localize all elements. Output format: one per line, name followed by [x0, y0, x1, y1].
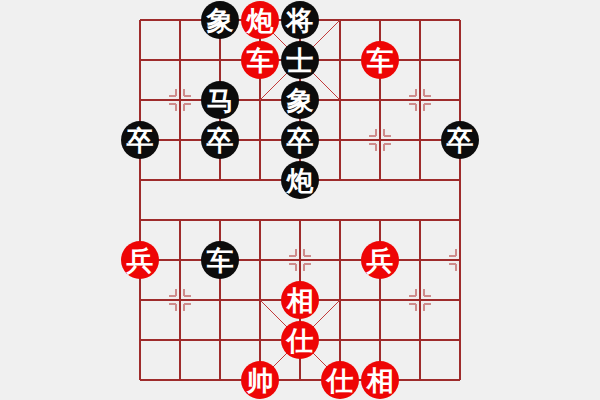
- piece-black-elephant[interactable]: 象: [201, 1, 239, 39]
- point-c1-r8[interactable]: [160, 320, 200, 360]
- point-c1-r0[interactable]: [160, 0, 200, 40]
- point-c1-r7[interactable]: [160, 280, 200, 320]
- point-c8-r6[interactable]: [440, 240, 480, 280]
- point-c6-r5[interactable]: [360, 200, 400, 240]
- point-c0-r6[interactable]: 兵: [120, 240, 160, 280]
- point-c3-r1[interactable]: 车: [240, 40, 280, 80]
- point-c7-r8[interactable]: [400, 320, 440, 360]
- piece-black-soldier[interactable]: 卒: [281, 121, 319, 159]
- point-c0-r7[interactable]: [120, 280, 160, 320]
- piece-red-advisor[interactable]: 仕: [281, 321, 319, 359]
- point-c3-r3[interactable]: [240, 120, 280, 160]
- point-c5-r6[interactable]: [320, 240, 360, 280]
- piece-black-advisor[interactable]: 士: [281, 41, 319, 79]
- point-c6-r3[interactable]: [360, 120, 400, 160]
- point-c4-r7[interactable]: 相: [280, 280, 320, 320]
- point-c5-r5[interactable]: [320, 200, 360, 240]
- point-c6-r4[interactable]: [360, 160, 400, 200]
- piece-red-chariot[interactable]: 车: [241, 41, 279, 79]
- point-c5-r9[interactable]: 仕: [320, 360, 360, 400]
- piece-red-cannon[interactable]: 炮: [241, 1, 279, 39]
- point-c3-r0[interactable]: 炮: [240, 0, 280, 40]
- point-c8-r7[interactable]: [440, 280, 480, 320]
- point-c3-r9[interactable]: 帅: [240, 360, 280, 400]
- point-c5-r2[interactable]: [320, 80, 360, 120]
- point-c1-r2[interactable]: [160, 80, 200, 120]
- piece-red-chariot[interactable]: 车: [361, 41, 399, 79]
- point-c1-r1[interactable]: [160, 40, 200, 80]
- point-c2-r8[interactable]: [200, 320, 240, 360]
- point-c1-r5[interactable]: [160, 200, 200, 240]
- point-c7-r4[interactable]: [400, 160, 440, 200]
- point-c0-r4[interactable]: [120, 160, 160, 200]
- piece-black-soldier[interactable]: 卒: [201, 121, 239, 159]
- piece-black-cannon[interactable]: 炮: [281, 161, 319, 199]
- point-c6-r2[interactable]: [360, 80, 400, 120]
- point-c4-r3[interactable]: 卒: [280, 120, 320, 160]
- point-c2-r4[interactable]: [200, 160, 240, 200]
- piece-red-soldier[interactable]: 兵: [361, 241, 399, 279]
- point-c7-r7[interactable]: [400, 280, 440, 320]
- piece-red-elephant[interactable]: 相: [281, 281, 319, 319]
- point-c6-r8[interactable]: [360, 320, 400, 360]
- point-c0-r2[interactable]: [120, 80, 160, 120]
- point-c6-r9[interactable]: 相: [360, 360, 400, 400]
- point-c2-r2[interactable]: 马: [200, 80, 240, 120]
- xiangqi-board: 象炮将车士车马象卒卒卒卒炮兵车兵相仕帅仕相: [0, 0, 600, 400]
- point-c6-r0[interactable]: [360, 0, 400, 40]
- point-c3-r7[interactable]: [240, 280, 280, 320]
- point-c6-r7[interactable]: [360, 280, 400, 320]
- point-c2-r5[interactable]: [200, 200, 240, 240]
- point-c8-r5[interactable]: [440, 200, 480, 240]
- point-c5-r1[interactable]: [320, 40, 360, 80]
- point-c5-r8[interactable]: [320, 320, 360, 360]
- point-c8-r9[interactable]: [440, 360, 480, 400]
- piece-red-elephant[interactable]: 相: [361, 361, 399, 399]
- point-c4-r8[interactable]: 仕: [280, 320, 320, 360]
- point-c4-r1[interactable]: 士: [280, 40, 320, 80]
- point-c7-r3[interactable]: [400, 120, 440, 160]
- point-c3-r2[interactable]: [240, 80, 280, 120]
- point-c8-r8[interactable]: [440, 320, 480, 360]
- point-c8-r0[interactable]: [440, 0, 480, 40]
- point-c4-r6[interactable]: [280, 240, 320, 280]
- point-c7-r0[interactable]: [400, 0, 440, 40]
- piece-grid: 象炮将车士车马象卒卒卒卒炮兵车兵相仕帅仕相: [120, 0, 480, 400]
- point-c4-r4[interactable]: 炮: [280, 160, 320, 200]
- point-c7-r2[interactable]: [400, 80, 440, 120]
- point-c6-r6[interactable]: 兵: [360, 240, 400, 280]
- piece-black-chariot[interactable]: 车: [201, 241, 239, 279]
- piece-black-soldier[interactable]: 卒: [121, 121, 159, 159]
- point-c4-r2[interactable]: 象: [280, 80, 320, 120]
- point-c5-r7[interactable]: [320, 280, 360, 320]
- point-c0-r3[interactable]: 卒: [120, 120, 160, 160]
- point-c4-r9[interactable]: [280, 360, 320, 400]
- point-c8-r4[interactable]: [440, 160, 480, 200]
- piece-black-horse[interactable]: 马: [201, 81, 239, 119]
- point-c8-r1[interactable]: [440, 40, 480, 80]
- piece-red-general[interactable]: 帅: [241, 361, 279, 399]
- point-c8-r3[interactable]: 卒: [440, 120, 480, 160]
- point-c1-r4[interactable]: [160, 160, 200, 200]
- piece-black-elephant[interactable]: 象: [281, 81, 319, 119]
- point-c2-r3[interactable]: 卒: [200, 120, 240, 160]
- point-c7-r6[interactable]: [400, 240, 440, 280]
- point-c0-r1[interactable]: [120, 40, 160, 80]
- point-c0-r0[interactable]: [120, 0, 160, 40]
- point-c2-r1[interactable]: [200, 40, 240, 80]
- point-c4-r5[interactable]: [280, 200, 320, 240]
- point-c2-r0[interactable]: 象: [200, 0, 240, 40]
- point-c2-r7[interactable]: [200, 280, 240, 320]
- piece-red-advisor[interactable]: 仕: [321, 361, 359, 399]
- piece-black-soldier[interactable]: 卒: [441, 121, 479, 159]
- point-c2-r6[interactable]: 车: [200, 240, 240, 280]
- point-c1-r9[interactable]: [160, 360, 200, 400]
- point-c3-r4[interactable]: [240, 160, 280, 200]
- point-c0-r5[interactable]: [120, 200, 160, 240]
- point-c6-r1[interactable]: 车: [360, 40, 400, 80]
- point-c5-r4[interactable]: [320, 160, 360, 200]
- point-c0-r8[interactable]: [120, 320, 160, 360]
- point-c3-r6[interactable]: [240, 240, 280, 280]
- point-c4-r0[interactable]: 将: [280, 0, 320, 40]
- piece-black-general[interactable]: 将: [281, 1, 319, 39]
- point-c8-r2[interactable]: [440, 80, 480, 120]
- point-c2-r9[interactable]: [200, 360, 240, 400]
- point-c7-r1[interactable]: [400, 40, 440, 80]
- point-c3-r8[interactable]: [240, 320, 280, 360]
- point-c0-r9[interactable]: [120, 360, 160, 400]
- piece-red-soldier[interactable]: 兵: [121, 241, 159, 279]
- point-c7-r5[interactable]: [400, 200, 440, 240]
- point-c5-r0[interactable]: [320, 0, 360, 40]
- point-c5-r3[interactable]: [320, 120, 360, 160]
- point-c1-r6[interactable]: [160, 240, 200, 280]
- point-c1-r3[interactable]: [160, 120, 200, 160]
- point-c3-r5[interactable]: [240, 200, 280, 240]
- point-c7-r9[interactable]: [400, 360, 440, 400]
